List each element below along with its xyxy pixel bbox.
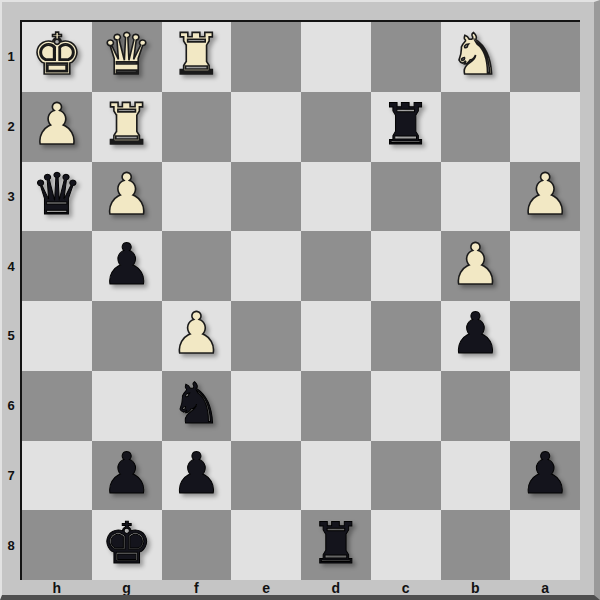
- square-b6[interactable]: [441, 371, 511, 441]
- square-c1[interactable]: [371, 22, 441, 92]
- square-g3[interactable]: ♟: [92, 162, 162, 232]
- square-a6[interactable]: [510, 371, 580, 441]
- square-a5[interactable]: [510, 301, 580, 371]
- square-g7[interactable]: ♟: [92, 441, 162, 511]
- rank-label-1: 1: [2, 22, 20, 92]
- square-e4[interactable]: [231, 231, 301, 301]
- rank-label-6: 6: [2, 371, 20, 441]
- square-e3[interactable]: [231, 162, 301, 232]
- rank-label-3: 3: [2, 162, 20, 232]
- file-label-d: d: [301, 580, 371, 596]
- square-h4[interactable]: [22, 231, 92, 301]
- square-g2[interactable]: ♜: [92, 92, 162, 162]
- square-f3[interactable]: [162, 162, 232, 232]
- square-g6[interactable]: [92, 371, 162, 441]
- square-c3[interactable]: [371, 162, 441, 232]
- square-c6[interactable]: [371, 371, 441, 441]
- square-b8[interactable]: [441, 510, 511, 580]
- black-rook-icon: ♜: [380, 96, 431, 153]
- square-a4[interactable]: [510, 231, 580, 301]
- chess-board: ♚♛♜♞♟♜♜♛♟♟♟♟♟♟♞♟♟♟♚♜: [20, 20, 580, 580]
- white-knight-icon: ♞: [450, 26, 501, 83]
- square-b1[interactable]: ♞: [441, 22, 511, 92]
- square-h5[interactable]: [22, 301, 92, 371]
- black-knight-icon: ♞: [171, 375, 222, 432]
- square-a3[interactable]: ♟: [510, 162, 580, 232]
- rank-label-5: 5: [2, 301, 20, 371]
- rank-label-8: 8: [2, 510, 20, 580]
- square-d2[interactable]: [301, 92, 371, 162]
- square-b2[interactable]: [441, 92, 511, 162]
- white-pawn-icon: ♟: [450, 236, 501, 293]
- square-a1[interactable]: [510, 22, 580, 92]
- square-g1[interactable]: ♛: [92, 22, 162, 92]
- white-queen-icon: ♛: [101, 26, 152, 83]
- white-pawn-icon: ♟: [31, 96, 82, 153]
- square-h6[interactable]: [22, 371, 92, 441]
- file-label-f: f: [162, 580, 232, 596]
- square-g4[interactable]: ♟: [92, 231, 162, 301]
- rank-label-2: 2: [2, 92, 20, 162]
- white-rook-icon: ♜: [171, 26, 222, 83]
- square-d6[interactable]: [301, 371, 371, 441]
- square-c2[interactable]: ♜: [371, 92, 441, 162]
- square-e2[interactable]: [231, 92, 301, 162]
- square-h8[interactable]: [22, 510, 92, 580]
- square-b7[interactable]: [441, 441, 511, 511]
- square-h7[interactable]: [22, 441, 92, 511]
- square-f5[interactable]: ♟: [162, 301, 232, 371]
- square-f4[interactable]: [162, 231, 232, 301]
- square-f1[interactable]: ♜: [162, 22, 232, 92]
- black-pawn-icon: ♟: [520, 445, 571, 502]
- square-h2[interactable]: ♟: [22, 92, 92, 162]
- file-label-c: c: [371, 580, 441, 596]
- square-d4[interactable]: [301, 231, 371, 301]
- rank-label-7: 7: [2, 441, 20, 511]
- square-e1[interactable]: [231, 22, 301, 92]
- file-label-e: e: [231, 580, 301, 596]
- square-e5[interactable]: [231, 301, 301, 371]
- square-b5[interactable]: ♟: [441, 301, 511, 371]
- rank-labels: 12345678: [2, 22, 20, 580]
- black-pawn-icon: ♟: [101, 445, 152, 502]
- square-b4[interactable]: ♟: [441, 231, 511, 301]
- square-f8[interactable]: [162, 510, 232, 580]
- square-c8[interactable]: [371, 510, 441, 580]
- square-c4[interactable]: [371, 231, 441, 301]
- black-queen-icon: ♛: [31, 166, 82, 223]
- square-a7[interactable]: ♟: [510, 441, 580, 511]
- file-label-g: g: [92, 580, 162, 596]
- white-pawn-icon: ♟: [520, 166, 571, 223]
- file-label-b: b: [441, 580, 511, 596]
- square-e7[interactable]: [231, 441, 301, 511]
- square-g5[interactable]: [92, 301, 162, 371]
- square-c7[interactable]: [371, 441, 441, 511]
- square-e6[interactable]: [231, 371, 301, 441]
- square-b3[interactable]: [441, 162, 511, 232]
- file-label-h: h: [22, 580, 92, 596]
- file-label-a: a: [510, 580, 580, 596]
- square-d7[interactable]: [301, 441, 371, 511]
- rank-label-4: 4: [2, 231, 20, 301]
- file-labels: hgfedcba: [22, 580, 580, 596]
- square-d1[interactable]: [301, 22, 371, 92]
- black-pawn-icon: ♟: [450, 305, 501, 362]
- square-g8[interactable]: ♚: [92, 510, 162, 580]
- black-pawn-icon: ♟: [101, 236, 152, 293]
- white-pawn-icon: ♟: [171, 305, 222, 362]
- chess-diagram-frame: ♚♛♜♞♟♜♜♛♟♟♟♟♟♟♞♟♟♟♚♜ 12345678 hgfedcba: [0, 0, 600, 600]
- square-f2[interactable]: [162, 92, 232, 162]
- square-d5[interactable]: [301, 301, 371, 371]
- square-a2[interactable]: [510, 92, 580, 162]
- white-king-icon: ♚: [31, 26, 82, 83]
- square-f6[interactable]: ♞: [162, 371, 232, 441]
- square-d3[interactable]: [301, 162, 371, 232]
- square-c5[interactable]: [371, 301, 441, 371]
- square-a8[interactable]: [510, 510, 580, 580]
- square-h3[interactable]: ♛: [22, 162, 92, 232]
- square-e8[interactable]: [231, 510, 301, 580]
- black-rook-icon: ♜: [310, 515, 361, 572]
- white-rook-icon: ♜: [101, 96, 152, 153]
- square-f7[interactable]: ♟: [162, 441, 232, 511]
- black-king-icon: ♚: [101, 515, 152, 572]
- white-pawn-icon: ♟: [101, 166, 152, 223]
- square-d8[interactable]: ♜: [301, 510, 371, 580]
- black-pawn-icon: ♟: [171, 445, 222, 502]
- square-h1[interactable]: ♚: [22, 22, 92, 92]
